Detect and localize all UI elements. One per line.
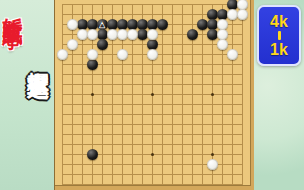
white-stone <box>77 29 88 40</box>
star-point <box>91 93 94 96</box>
white-stone <box>217 19 228 30</box>
white-stone <box>147 49 158 60</box>
white-stone <box>87 49 98 60</box>
white-stone <box>107 29 118 40</box>
white-stone <box>67 19 78 30</box>
star-point <box>211 93 214 96</box>
white-stone <box>67 39 78 50</box>
white-stone <box>117 49 128 60</box>
black-stone <box>137 19 148 30</box>
white-stone <box>227 9 238 20</box>
white-stone <box>227 49 238 60</box>
white-stone <box>217 39 228 50</box>
star-point <box>151 153 154 156</box>
black-stone <box>187 29 198 40</box>
black-stone <box>87 59 98 70</box>
black-stone <box>117 19 128 30</box>
black-stone <box>207 9 218 20</box>
black-stone <box>207 29 218 40</box>
rank-divider-bar <box>278 31 281 40</box>
video-thumbnail: △ 斩断实战恶手 探索棋之正道 4k 1k <box>0 0 304 190</box>
rank-badge: 4k 1k <box>257 5 301 66</box>
black-stone <box>87 149 98 160</box>
black-stone <box>127 19 138 30</box>
black-stone <box>107 19 118 30</box>
black-stone <box>97 39 108 50</box>
white-stone <box>117 29 128 40</box>
black-stone <box>197 19 208 30</box>
last-move-triangle-marker: △ <box>97 19 108 30</box>
star-point <box>211 153 214 156</box>
black-stone <box>157 19 168 30</box>
white-stone <box>217 29 228 40</box>
black-stone <box>207 19 218 30</box>
black-stone <box>137 29 148 40</box>
white-stone <box>87 29 98 40</box>
black-stone <box>147 19 158 30</box>
white-stone <box>127 29 138 40</box>
black-stone <box>97 29 108 40</box>
rank-top: 4k <box>270 13 288 30</box>
white-stone <box>57 49 68 60</box>
black-stone <box>147 39 158 50</box>
black-stone <box>217 9 228 20</box>
star-point <box>151 93 154 96</box>
white-stone <box>237 9 248 20</box>
white-stone <box>207 159 218 170</box>
white-stone <box>147 29 158 40</box>
black-stone <box>77 19 88 30</box>
white-vertical-banner: 探索棋之正道 <box>23 54 53 190</box>
go-board: △ <box>54 0 254 190</box>
rank-bottom: 1k <box>270 41 288 58</box>
